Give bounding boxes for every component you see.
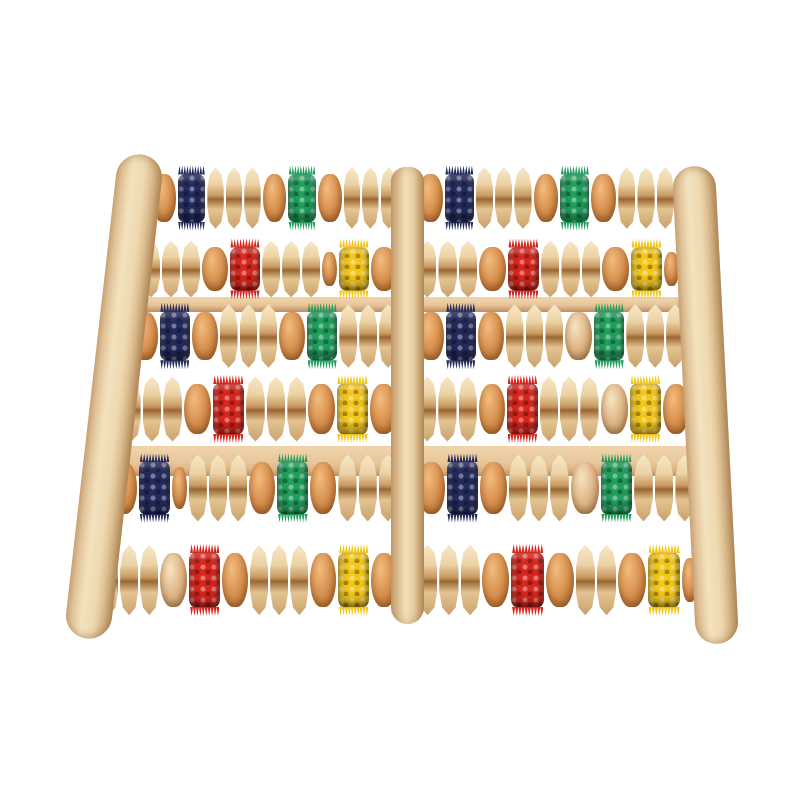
wood-barrel-light <box>571 462 599 514</box>
left-foot-section-row-6 <box>100 540 397 620</box>
spiked-roller-red <box>230 247 260 292</box>
left-foot-section-row-3 <box>132 300 397 372</box>
spiked-roller-blue <box>445 174 474 223</box>
wood-gear-disc <box>140 545 158 615</box>
wood-gear-disc <box>541 241 559 297</box>
wood-barrel <box>249 462 275 514</box>
wood-gear-disc <box>182 241 200 297</box>
wood-gear-disc <box>646 304 664 367</box>
spiked-roller-red <box>507 383 538 435</box>
spiked-roller-blue <box>160 311 190 361</box>
spiked-roller-yellow <box>338 552 369 608</box>
wood-barrel <box>184 384 211 434</box>
wood-gear-disc <box>359 304 377 367</box>
wood-barrel <box>310 462 336 514</box>
wood-gear-disc <box>229 455 247 522</box>
wood-gear-disc <box>290 545 308 615</box>
wood-gear-disc <box>550 455 569 522</box>
wood-barrel-light <box>565 312 592 361</box>
wood-gear-disc <box>220 304 238 367</box>
wood-barrel <box>478 312 504 361</box>
wood-gear-disc <box>459 241 477 297</box>
wood-barrel <box>192 312 218 361</box>
wood-barrel-light <box>601 384 628 434</box>
wood-gear-disc <box>506 304 524 367</box>
wood-barrel-small <box>322 252 337 287</box>
wood-gear-disc <box>459 376 477 441</box>
wood-barrel <box>546 553 574 607</box>
wood-gear-disc <box>282 241 300 297</box>
right-foot-section-row-4 <box>418 372 689 446</box>
spiked-roller-green <box>594 311 624 361</box>
spiked-roller-yellow <box>630 383 661 435</box>
wood-gear-disc <box>560 376 578 441</box>
wood-gear-disc <box>637 167 654 229</box>
spiked-roller-red <box>213 383 244 435</box>
wood-gear-disc <box>657 167 674 229</box>
wood-gear-disc <box>163 376 182 441</box>
wood-barrel <box>534 174 559 222</box>
wood-barrel <box>318 174 342 222</box>
wood-gear-disc <box>259 304 277 367</box>
wood-gear-disc <box>540 376 558 441</box>
wood-barrel <box>308 384 335 434</box>
spiked-roller-blue <box>139 461 170 514</box>
wood-gear-disc <box>438 241 456 297</box>
spiked-roller-yellow <box>648 552 681 608</box>
wood-barrel-small <box>172 467 187 508</box>
spiked-roller-red <box>508 247 539 292</box>
wood-gear-disc <box>438 376 456 441</box>
left-foot-section-row-4 <box>122 372 397 446</box>
wood-barrel <box>480 462 507 514</box>
wood-gear-disc <box>302 241 320 297</box>
wood-gear-disc <box>246 376 265 441</box>
wood-gear-disc <box>626 304 644 367</box>
left-foot-section-row-5 <box>111 450 397 526</box>
spiked-roller-blue <box>178 174 206 223</box>
wood-barrel <box>263 174 287 222</box>
wood-gear-disc <box>618 167 635 229</box>
wood-gear-disc <box>143 376 162 441</box>
spiked-roller-yellow <box>631 247 662 292</box>
wood-gear-disc <box>476 167 493 229</box>
spiked-roller-red <box>189 552 220 608</box>
wood-gear-disc <box>189 455 207 522</box>
right-foot-section-row-6 <box>418 540 698 620</box>
wood-gear-disc <box>344 167 360 229</box>
wood-gear-disc <box>514 167 531 229</box>
spiked-roller-yellow <box>339 247 369 292</box>
wood-gear-disc <box>240 304 258 367</box>
spiked-roller-green <box>288 174 316 223</box>
wood-gear-disc <box>655 455 674 522</box>
wood-gear-disc <box>209 455 227 522</box>
wood-barrel <box>202 247 228 291</box>
left-foot-section-row-2 <box>142 237 397 301</box>
spiked-roller-green <box>307 311 337 361</box>
right-foot-section-row-2 <box>418 237 679 301</box>
wood-gear-disc <box>262 241 280 297</box>
wood-gear-disc <box>287 376 306 441</box>
wood-barrel <box>279 312 305 361</box>
wood-gear-disc <box>250 545 268 615</box>
wood-gear-disc <box>580 376 598 441</box>
wood-barrel <box>479 384 505 434</box>
spiked-roller-blue <box>446 311 476 361</box>
wood-barrel <box>222 553 248 607</box>
wood-barrel <box>482 553 510 607</box>
spiked-roller-green <box>277 461 308 514</box>
wood-gear-disc <box>582 241 600 297</box>
wood-barrel <box>479 247 506 291</box>
wood-gear-disc <box>162 241 180 297</box>
wood-gear-disc <box>461 545 480 615</box>
left-foot-section-row-1 <box>152 163 397 233</box>
center-divider-rail <box>391 167 424 624</box>
spiked-roller-red <box>511 552 544 608</box>
right-foot-section-row-5 <box>418 450 694 526</box>
wood-gear-disc <box>634 455 653 522</box>
wood-gear-disc <box>439 545 458 615</box>
wood-gear-disc <box>561 241 579 297</box>
wood-gear-disc <box>267 376 286 441</box>
wood-gear-disc <box>339 304 357 367</box>
wood-barrel <box>591 174 616 222</box>
spiked-roller-green <box>601 461 632 514</box>
wood-barrel <box>618 553 646 607</box>
wood-gear-disc <box>509 455 528 522</box>
wood-gear-disc <box>576 545 595 615</box>
wood-gear-disc <box>207 167 223 229</box>
wood-gear-disc <box>526 304 544 367</box>
wood-gear-disc <box>530 455 549 522</box>
wood-gear-disc <box>495 167 512 229</box>
wood-gear-disc <box>244 167 260 229</box>
wood-gear-disc <box>120 545 138 615</box>
wood-gear-disc <box>362 167 378 229</box>
spiked-roller-yellow <box>337 383 368 435</box>
right-foot-section-row-3 <box>418 300 684 372</box>
spiked-roller-blue <box>447 461 478 514</box>
wood-gear-disc <box>270 545 288 615</box>
right-foot-section-row-1 <box>418 163 674 233</box>
wood-gear-disc <box>359 455 377 522</box>
wood-barrel <box>310 553 336 607</box>
wood-gear-disc <box>338 455 356 522</box>
wood-gear-disc <box>545 304 563 367</box>
wood-barrel <box>602 247 629 291</box>
wood-gear-disc <box>597 545 616 615</box>
foot-massage-roller-photo <box>0 0 800 800</box>
wood-gear-disc <box>226 167 242 229</box>
spiked-roller-green <box>560 174 589 223</box>
wood-barrel-light <box>160 553 187 607</box>
